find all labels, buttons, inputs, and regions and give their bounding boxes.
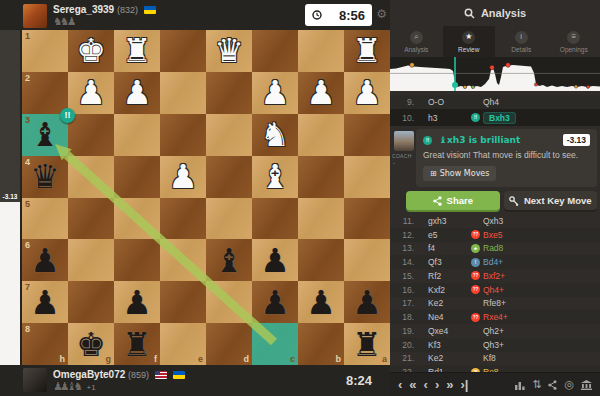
bottom-player-avatar[interactable] [23,368,47,392]
move-row-20[interactable]: 20.Kf3Qh3+ [390,338,600,352]
panel-title: Analysis [390,0,600,26]
square-h2[interactable]: 2 [22,72,68,114]
file-label-b: b [336,354,342,364]
white-knight-c3[interactable]: ♞ [252,114,298,156]
square-d1[interactable]: ♛ [206,30,252,72]
move-row-16[interactable]: 16.Kxf2??Qh4+ [390,283,600,297]
coach-card-header: !! ♝xh3 is brilliant -3.13 [423,134,590,146]
nav-next-icon[interactable]: › [435,378,439,391]
square-h7[interactable]: 7♟ [22,281,68,323]
square-f7[interactable]: ♟ [114,281,160,323]
tab-label: Openings [560,46,588,53]
white-move[interactable]: Ke2 [428,353,471,363]
record-icon[interactable]: ◎ [564,378,574,391]
eval-bars-icon[interactable] [515,380,525,390]
square-a7[interactable]: ♟ [344,281,390,323]
square-g7[interactable] [68,281,114,323]
white-move[interactable]: Qf3 [428,257,471,267]
file-label-d: d [244,354,250,364]
move-list[interactable]: 11.gxh3Qxh312.e5??Bxe513.f4★Rad814.Qf3!B… [390,214,600,372]
book-icon: ≡ [567,31,580,44]
rank-label-5: 5 [25,199,30,209]
black-move-text: Bxf2+ [483,271,505,281]
ukraine-flag-icon [173,371,185,379]
evaluation-bar-black-section: -3.13 [0,30,20,202]
black-pawn-c6[interactable]: ♟ [252,239,298,281]
rank-label-3: 3 [25,115,30,125]
black-move[interactable]: ★Rad8 [471,243,503,253]
share-button[interactable]: Share [406,191,500,210]
white-move[interactable]: Ke2 [428,298,471,308]
black-move-text: Bd4+ [483,257,503,267]
rank-label-2: 2 [25,73,30,83]
white-bishop-c4[interactable]: ♝ [252,156,298,198]
file-label-c: c [290,354,295,364]
square-e5[interactable] [160,198,206,240]
board-area: Serega_3939 (832) ♞♞♟ 8:56 ⚙ -3.13 1♚♜♛♜… [0,0,390,396]
black-move[interactable]: Qh2+ [471,326,504,336]
flip-board-icon[interactable]: ⇅ [532,378,541,391]
coach-headline: ♝xh3 is brilliant [439,135,520,145]
move-number: 12. [390,230,414,240]
white-pawn-a2[interactable]: ♟ [344,72,390,114]
move-number: 14. [390,257,414,267]
square-h5[interactable]: 5 [22,198,68,240]
square-e4[interactable]: ♟ [160,156,206,198]
rank-label-4: 4 [25,157,30,167]
square-b2[interactable]: ♟ [298,72,344,114]
black-move[interactable]: !!Bxh3 [471,112,516,124]
square-c4[interactable]: ♝ [252,156,298,198]
evaluation-value: -3.13 [0,193,20,200]
move-number: 11. [390,216,414,226]
square-d6[interactable]: ♝ [206,239,252,281]
white-move[interactable]: O-O [428,97,471,107]
square-d4[interactable] [206,156,252,198]
black-move-text: Qh4+ [483,285,504,295]
clock-icon [312,10,322,20]
move-number: 20. [390,340,414,350]
white-rook-f1[interactable]: ♜ [114,30,160,72]
nav-first-icon[interactable]: ‹ [398,378,402,391]
top-player-avatar[interactable] [23,4,47,28]
brilliant-badge: !! [60,108,75,123]
square-e8[interactable]: e [160,323,206,365]
info-icon: i [515,31,528,44]
square-b4[interactable] [298,156,344,198]
square-f8[interactable]: f♜ [114,323,160,365]
tab-label: Details [511,46,531,53]
rank-label-6: 6 [25,240,30,250]
move-number: 19. [390,326,414,336]
square-h6[interactable]: 6♟ [22,239,68,281]
move-row-19[interactable]: 19.Qxe4Qh2+ [390,324,600,338]
square-d5[interactable] [206,198,252,240]
square-h8[interactable]: 8h [22,323,68,365]
move-row-11[interactable]: 11.gxh3Qxh3 [390,214,600,228]
white-pawn-e4[interactable]: ♟ [160,156,206,198]
white-move[interactable]: Rf2 [428,271,471,281]
move-row-22[interactable]: 22.Rd1?!Re8 [390,365,600,372]
square-d3[interactable] [206,114,252,156]
square-g1[interactable]: ♚ [68,30,114,72]
white-move[interactable]: Kxf2 [428,285,471,295]
square-a1[interactable]: ♜ [344,30,390,72]
move-row-17[interactable]: 17.Ke2Rfe8+ [390,297,600,311]
great-move-icon: ! [471,258,480,267]
black-pawn-f7[interactable]: ♟ [114,281,160,323]
tab-label: Review [458,46,479,53]
black-move[interactable]: Qxh3 [471,216,503,226]
top-player-bar: Serega_3939 (832) ♞♞♟ 8:56 ⚙ [0,0,390,30]
black-move-text: Bxe5 [483,230,502,240]
file-label-g: g [106,354,112,364]
square-f6[interactable] [114,239,160,281]
black-move[interactable]: ??Qh4+ [471,285,504,295]
move-number: 16. [390,285,414,295]
square-c1[interactable] [252,30,298,72]
nav-last-icon[interactable]: ›| [461,378,469,391]
white-king-g1[interactable]: ♚ [68,30,114,72]
bottom-player-rating: (859) [128,370,149,380]
square-b1[interactable] [298,30,344,72]
white-move[interactable]: Qxe4 [428,326,471,336]
square-c5[interactable] [252,198,298,240]
white-move[interactable]: gxh3 [428,216,471,226]
square-b6[interactable] [298,239,344,281]
rank-label-8: 8 [25,324,30,334]
square-e2[interactable] [160,72,206,114]
material-advantage: +1 [86,383,95,392]
black-move-text: Rfe8+ [483,298,506,308]
black-move[interactable]: Qh4 [471,97,499,107]
tab-review[interactable]: ★Review [443,26,496,57]
black-move-text: Rxe4+ [483,312,508,322]
white-move[interactable]: Ne4 [428,312,471,322]
panel-tabs: ⌕Analysis★ReviewiDetails≡Openings [390,26,600,57]
square-g2[interactable]: ♟ [68,72,114,114]
analysis-panel: Analysis ⌕Analysis★ReviewiDetails≡Openin… [390,0,600,396]
square-e3[interactable] [160,114,206,156]
square-c3[interactable]: ♞ [252,114,298,156]
black-move[interactable]: ??Rxe4+ [471,312,508,322]
square-a8[interactable]: a♜ [344,323,390,365]
tab-analysis[interactable]: ⌕Analysis [390,26,443,57]
move-number: 18. [390,312,414,322]
square-e1[interactable] [160,30,206,72]
brilliant-move-icon: !! [423,136,432,145]
black-move[interactable]: Kf8 [471,353,496,363]
black-pawn-a7[interactable]: ♟ [344,281,390,323]
blunder-move-icon: ?? [471,313,480,322]
key-icon [509,196,519,206]
coach-avatar[interactable] [394,131,414,151]
rank-label-1: 1 [25,31,30,41]
chess-board[interactable]: 1♚♜♛♜2♟♟♟♟♟3♝!!♞4♛♟♝56♟♝♟7♟♟♟♟♟8hg♚f♜edc… [22,30,390,365]
square-h4[interactable]: 4♛ [22,156,68,198]
move-number: 21. [390,353,414,363]
square-c6[interactable]: ♟ [252,239,298,281]
white-rook-a1[interactable]: ♜ [344,30,390,72]
black-move[interactable]: Rfe8+ [471,298,506,308]
coach-column: COACH ⌄ [392,129,416,187]
black-move-text: Qh4 [483,97,499,107]
square-c2[interactable]: ♟ [252,72,298,114]
blunder-move-icon: ?? [471,285,480,294]
tab-openings[interactable]: ≡Openings [548,26,600,57]
nav-back-key-icon[interactable]: « [409,378,416,391]
square-a3[interactable] [344,114,390,156]
square-c8[interactable]: c [252,323,298,365]
black-move[interactable]: ??Bxe5 [471,230,502,240]
usa-flag-icon [155,371,167,379]
bottom-captured-pieces: ♟♟♝♞+1 [53,380,96,393]
tab-label: Analysis [404,46,428,53]
ukraine-flag-icon [144,6,156,14]
context-move-rows: 9.O-OQh410.h3!!Bxh3 [390,95,600,126]
square-a6[interactable] [344,239,390,281]
move-number: 17. [390,298,414,308]
square-f5[interactable] [114,198,160,240]
black-pawn-b7[interactable]: ♟ [298,281,344,323]
white-move[interactable]: f4 [428,243,471,253]
square-g8[interactable]: g♚ [68,323,114,365]
square-f3[interactable] [114,114,160,156]
square-e7[interactable] [160,281,206,323]
square-h1[interactable]: 1 [22,30,68,72]
show-moves-button[interactable]: ⊞ Show Moves [423,166,496,181]
square-g5[interactable] [68,198,114,240]
move-row-10[interactable]: 10.h3!!Bxh3 [390,109,600,126]
move-row-14[interactable]: 14.Qf3!Bd4+ [390,255,600,269]
square-b5[interactable] [298,198,344,240]
white-pawn-g2[interactable]: ♟ [68,72,114,114]
black-move-text: Kf8 [483,353,496,363]
square-c7[interactable]: ♟ [252,281,298,323]
square-a2[interactable]: ♟ [344,72,390,114]
black-move-text: Qh3+ [483,340,504,350]
move-row-12[interactable]: 12.e5??Bxe5 [390,228,600,242]
square-g4[interactable] [68,156,114,198]
move-number: 15. [390,271,414,281]
square-a4[interactable] [344,156,390,198]
white-pawn-b2[interactable]: ♟ [298,72,344,114]
top-player-rating: (832) [117,5,138,15]
white-move[interactable]: h3 [428,113,471,123]
square-h3[interactable]: 3♝!! [22,114,68,156]
black-move-text: Qxh3 [483,216,503,226]
share-position-icon[interactable] [548,380,557,390]
white-move[interactable]: e5 [428,230,471,240]
white-pawn-f2[interactable]: ♟ [114,72,160,114]
bottom-player-name: OmegaByte072 (859) [53,369,185,380]
black-move[interactable]: ??Bxf2+ [471,271,505,281]
move-row-15[interactable]: 15.Rf2??Bxf2+ [390,269,600,283]
move-row-13[interactable]: 13.f4★Rad8 [390,242,600,256]
black-move-text: Qh2+ [483,326,504,336]
bottom-player-clock: 8:24 [346,373,372,388]
top-captured-pieces: ♞♞♟ [53,15,74,28]
magnifier-icon [464,8,475,19]
eval-badge: -3.13 [563,134,590,146]
square-f1[interactable]: ♜ [114,30,160,72]
white-move[interactable]: Kf3 [428,340,471,350]
action-buttons: Share Next Key Move [406,191,597,210]
library-icon[interactable] [581,380,592,390]
coach-comment-text: Great vision! That move is difficult to … [423,150,590,160]
file-label-e: e [198,354,203,364]
coach-card: !! ♝xh3 is brilliant -3.13 Great vision!… [416,129,597,187]
star-icon: ★ [462,31,475,44]
square-d8[interactable]: d [206,323,252,365]
top-player-clock: 8:56 [305,4,372,26]
square-f4[interactable] [114,156,160,198]
magnifier-icon: ⌕ [410,31,423,44]
black-move-text: Bxh3 [483,112,516,124]
square-f2[interactable]: ♟ [114,72,160,114]
chess-analysis-app: Serega_3939 (832) ♞♞♟ 8:56 ⚙ -3.13 1♚♜♛♜… [0,0,600,396]
black-pawn-c7[interactable]: ♟ [252,281,298,323]
square-d2[interactable] [206,72,252,114]
white-queen-d1[interactable]: ♛ [206,30,252,72]
square-e6[interactable] [160,239,206,281]
move-number: 9. [390,97,414,107]
square-b8[interactable]: b [298,323,344,365]
file-label-a: a [382,354,387,364]
next-key-move-button[interactable]: Next Key Move [504,191,598,210]
top-player-name: Serega_3939 (832) [53,4,156,15]
black-move-text: Rad8 [483,243,503,253]
bottom-toolbar: ‹ « ‹ › » ›| ⇅ ◎ [390,372,600,396]
black-bishop-d6[interactable]: ♝ [206,239,252,281]
black-move[interactable]: !Bd4+ [471,257,503,267]
coach-comment-block: COACH ⌄ !! ♝xh3 is brilliant -3.13 Great… [390,129,600,187]
square-g6[interactable] [68,239,114,281]
blunder-move-icon: ?? [471,230,480,239]
move-row-21[interactable]: 21.Ke2Kf8 [390,352,600,366]
nav-prev-icon[interactable]: ‹ [424,378,428,391]
move-number: 10. [390,113,414,123]
blunder-move-icon: ?? [471,271,480,280]
move-row-18[interactable]: 18.Ne4??Rxe4+ [390,310,600,324]
evaluation-bar: -3.13 [0,30,20,365]
square-b3[interactable] [298,114,344,156]
move-row-9[interactable]: 9.O-OQh4 [390,95,600,109]
bottom-player-bar: OmegaByte072 (859) ♟♟♝♞+1 [0,365,390,396]
tab-details[interactable]: iDetails [495,26,548,57]
square-d7[interactable] [206,281,252,323]
file-label-f: f [154,354,157,364]
rank-label-7: 7 [25,282,30,292]
best-move-icon: ★ [471,244,480,253]
square-g3[interactable] [68,114,114,156]
brilliant-move-icon: !! [471,113,480,122]
nav-fwd-key-icon[interactable]: » [446,378,453,391]
settings-gear-icon[interactable]: ⚙ [376,7,387,21]
square-b7[interactable]: ♟ [298,281,344,323]
file-label-h: h [60,354,66,364]
share-icon [433,196,442,206]
black-move[interactable]: Qh3+ [471,340,504,350]
coach-label[interactable]: COACH ⌄ [392,153,416,165]
white-pawn-c2[interactable]: ♟ [252,72,298,114]
move-number: 13. [390,243,414,253]
evaluation-graph[interactable] [390,57,600,91]
square-a5[interactable] [344,198,390,240]
